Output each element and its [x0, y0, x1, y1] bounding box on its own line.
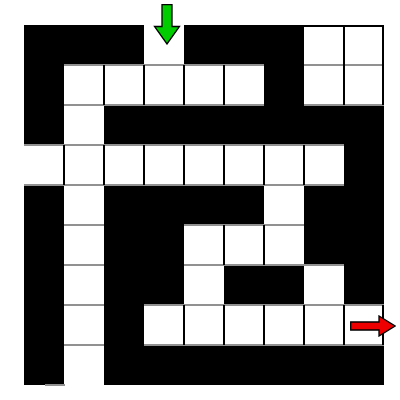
path-cell — [264, 145, 304, 185]
path-cell — [224, 145, 264, 185]
grid-line-vertical — [223, 65, 225, 105]
grid-line-horizontal — [304, 144, 344, 146]
path-cell — [304, 65, 344, 105]
grid-line-horizontal — [224, 224, 264, 226]
grid-line-horizontal — [304, 104, 344, 106]
outer-wall-line — [382, 65, 384, 105]
maze-board — [24, 25, 384, 385]
grid-line-horizontal — [184, 104, 224, 106]
grid-line-vertical — [63, 145, 65, 185]
path-cell — [64, 345, 104, 385]
grid-line-horizontal — [64, 304, 104, 306]
grid-line-vertical — [263, 305, 265, 345]
grid-line-horizontal — [144, 344, 184, 346]
path-cell — [344, 25, 384, 65]
grid-line-horizontal — [184, 64, 224, 66]
grid-line-horizontal — [264, 264, 304, 266]
exit-arrow-icon — [350, 315, 396, 337]
grid-line-vertical — [143, 65, 145, 105]
grid-line-horizontal — [304, 344, 344, 346]
grid-line-horizontal — [104, 184, 144, 186]
outer-wall-line — [304, 25, 344, 27]
path-cell — [304, 25, 344, 65]
grid-line-horizontal — [264, 344, 304, 346]
path-cell — [304, 145, 344, 185]
grid-line-horizontal — [344, 344, 384, 346]
grid-line-vertical — [103, 145, 105, 185]
grid-line-horizontal — [144, 304, 184, 306]
grid-line-horizontal — [264, 304, 304, 306]
path-cell — [184, 305, 224, 345]
grid-line-horizontal — [224, 184, 264, 186]
path-cell — [224, 225, 264, 265]
stray-mark — [45, 384, 65, 386]
grid-line-vertical — [343, 65, 345, 105]
grid-line-horizontal — [64, 144, 104, 146]
path-cell — [64, 105, 104, 145]
grid-line-vertical — [103, 65, 105, 105]
grid-line-vertical — [183, 305, 185, 345]
path-cell — [144, 65, 184, 105]
path-cell — [104, 65, 144, 105]
grid-line-horizontal — [184, 224, 224, 226]
path-cell — [304, 265, 344, 305]
grid-line-horizontal — [64, 184, 104, 186]
path-cell — [144, 305, 184, 345]
path-cell — [184, 225, 224, 265]
grid-line-horizontal — [184, 344, 224, 346]
path-cell — [24, 145, 64, 185]
grid-line-horizontal — [304, 64, 344, 66]
outer-wall-line — [382, 25, 384, 65]
grid-line-horizontal — [224, 304, 264, 306]
grid-line-horizontal — [64, 104, 104, 106]
grid-line-horizontal — [184, 264, 224, 266]
path-cell — [224, 305, 264, 345]
entrance-arrow-icon — [153, 4, 181, 45]
grid-line-vertical — [183, 145, 185, 185]
grid-line-horizontal — [224, 104, 264, 106]
grid-line-vertical — [143, 145, 145, 185]
grid-line-vertical — [223, 145, 225, 185]
path-cell — [64, 65, 104, 105]
grid-line-horizontal — [304, 264, 344, 266]
grid-line-horizontal — [344, 304, 384, 306]
path-cell — [64, 305, 104, 345]
grid-line-horizontal — [64, 264, 104, 266]
grid-line-vertical — [343, 25, 345, 65]
path-cell — [104, 145, 144, 185]
grid-line-horizontal — [224, 144, 264, 146]
grid-line-vertical — [343, 305, 345, 345]
grid-line-vertical — [303, 305, 305, 345]
grid-line-horizontal — [224, 64, 264, 66]
grid-line-horizontal — [64, 64, 104, 66]
grid-line-horizontal — [224, 264, 264, 266]
path-cell — [264, 225, 304, 265]
outer-wall-line — [344, 25, 384, 27]
grid-line-horizontal — [344, 64, 384, 66]
grid-line-horizontal — [104, 104, 144, 106]
grid-line-horizontal — [264, 144, 304, 146]
grid-line-vertical — [263, 145, 265, 185]
grid-line-horizontal — [184, 144, 224, 146]
path-cell — [344, 65, 384, 105]
maze-page — [0, 0, 400, 400]
path-cell — [64, 145, 104, 185]
path-cell — [184, 265, 224, 305]
grid-line-horizontal — [104, 64, 144, 66]
grid-line-horizontal — [224, 344, 264, 346]
grid-line-horizontal — [264, 184, 304, 186]
path-cell — [224, 65, 264, 105]
path-cell — [264, 305, 304, 345]
grid-line-horizontal — [304, 304, 344, 306]
grid-line-horizontal — [24, 184, 64, 186]
grid-line-horizontal — [264, 224, 304, 226]
grid-line-horizontal — [144, 64, 184, 66]
grid-line-horizontal — [184, 304, 224, 306]
grid-line-vertical — [223, 225, 225, 265]
grid-line-horizontal — [304, 184, 344, 186]
grid-line-horizontal — [104, 144, 144, 146]
path-cell — [64, 265, 104, 305]
path-cell — [184, 65, 224, 105]
grid-line-vertical — [223, 305, 225, 345]
grid-line-horizontal — [144, 104, 184, 106]
grid-line-vertical — [263, 225, 265, 265]
grid-line-horizontal — [24, 144, 64, 146]
grid-line-vertical — [183, 65, 185, 105]
grid-line-horizontal — [184, 184, 224, 186]
grid-line-horizontal — [64, 224, 104, 226]
path-cell — [184, 145, 224, 185]
grid-line-horizontal — [344, 104, 384, 106]
grid-line-horizontal — [144, 184, 184, 186]
path-cell — [264, 185, 304, 225]
grid-line-horizontal — [64, 344, 104, 346]
grid-line-horizontal — [144, 144, 184, 146]
path-cell — [304, 305, 344, 345]
grid-line-vertical — [303, 145, 305, 185]
path-cell — [144, 145, 184, 185]
exit-arrow-shape — [351, 316, 395, 336]
path-cell — [64, 185, 104, 225]
entrance-arrow-shape — [155, 5, 180, 44]
path-cell — [64, 225, 104, 265]
